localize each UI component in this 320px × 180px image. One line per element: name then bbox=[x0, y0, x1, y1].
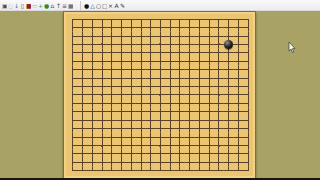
board-point-F2[interactable] bbox=[117, 158, 127, 166]
board-point-P8[interactable] bbox=[204, 108, 214, 116]
board-point-G7[interactable] bbox=[126, 116, 136, 124]
board-point-G12[interactable] bbox=[126, 74, 136, 82]
black-stone-tool-icon[interactable]: ● bbox=[84, 1, 89, 10]
new-board-icon[interactable]: ▣ bbox=[2, 1, 7, 10]
board-point-G13[interactable] bbox=[126, 66, 136, 74]
board-point-O9[interactable] bbox=[195, 99, 205, 107]
board-point-J6[interactable] bbox=[146, 124, 156, 132]
board-point-S1[interactable] bbox=[234, 167, 244, 175]
board-point-B8[interactable] bbox=[78, 108, 88, 116]
board-point-T3[interactable] bbox=[243, 150, 253, 158]
board-point-D8[interactable] bbox=[97, 108, 107, 116]
board-point-S6[interactable] bbox=[234, 124, 244, 132]
board-point-A14[interactable] bbox=[68, 57, 78, 65]
board-point-Q14[interactable] bbox=[214, 57, 224, 65]
board-point-T10[interactable] bbox=[243, 91, 253, 99]
board-point-T6[interactable] bbox=[243, 124, 253, 132]
board-point-S18[interactable] bbox=[234, 23, 244, 31]
board-point-C12[interactable] bbox=[87, 74, 97, 82]
board-point-G6[interactable] bbox=[126, 124, 136, 132]
board-point-K4[interactable] bbox=[156, 141, 166, 149]
board-point-E14[interactable] bbox=[107, 57, 117, 65]
board-point-L1[interactable] bbox=[165, 167, 175, 175]
board-point-L16[interactable] bbox=[165, 40, 175, 48]
board-point-F18[interactable] bbox=[117, 23, 127, 31]
board-point-S10[interactable] bbox=[234, 91, 244, 99]
board-point-E1[interactable] bbox=[107, 167, 117, 175]
board-point-F13[interactable] bbox=[117, 66, 127, 74]
label-marker-icon[interactable]: A bbox=[114, 1, 119, 10]
board-point-C19[interactable] bbox=[87, 15, 97, 23]
board-point-K13[interactable] bbox=[156, 66, 166, 74]
board-point-K8[interactable] bbox=[156, 108, 166, 116]
board-point-F10[interactable] bbox=[117, 91, 127, 99]
board-point-F7[interactable] bbox=[117, 116, 127, 124]
board-point-B11[interactable] bbox=[78, 82, 88, 90]
pencil-icon[interactable]: ✎ bbox=[120, 1, 125, 10]
board-point-H19[interactable] bbox=[136, 15, 146, 23]
board-point-E10[interactable] bbox=[107, 91, 117, 99]
board-point-L9[interactable] bbox=[165, 99, 175, 107]
board-point-E16[interactable] bbox=[107, 40, 117, 48]
board-point-A15[interactable] bbox=[68, 49, 78, 57]
board-point-L10[interactable] bbox=[165, 91, 175, 99]
board-point-E2[interactable] bbox=[107, 158, 117, 166]
board-point-P5[interactable] bbox=[204, 133, 214, 141]
board-point-D3[interactable] bbox=[97, 150, 107, 158]
board-point-T15[interactable] bbox=[243, 49, 253, 57]
cross-marker-icon[interactable]: × bbox=[108, 1, 113, 10]
board-point-E4[interactable] bbox=[107, 141, 117, 149]
board-point-H17[interactable] bbox=[136, 32, 146, 40]
board-point-H8[interactable] bbox=[136, 108, 146, 116]
board-point-Q16[interactable] bbox=[214, 40, 224, 48]
board-point-C10[interactable] bbox=[87, 91, 97, 99]
board-point-G10[interactable] bbox=[126, 91, 136, 99]
board-point-C9[interactable] bbox=[87, 99, 97, 107]
board-point-O13[interactable] bbox=[195, 66, 205, 74]
board-point-K14[interactable] bbox=[156, 57, 166, 65]
board-point-F11[interactable] bbox=[117, 82, 127, 90]
board-point-L19[interactable] bbox=[165, 15, 175, 23]
board-point-P13[interactable] bbox=[204, 66, 214, 74]
board-point-R12[interactable] bbox=[224, 74, 234, 82]
board-point-O5[interactable] bbox=[195, 133, 205, 141]
board-point-J17[interactable] bbox=[146, 32, 156, 40]
board-point-Q19[interactable] bbox=[214, 15, 224, 23]
board-point-N8[interactable] bbox=[185, 108, 195, 116]
board-point-N14[interactable] bbox=[185, 57, 195, 65]
board-point-B18[interactable] bbox=[78, 23, 88, 31]
board-point-D12[interactable] bbox=[97, 74, 107, 82]
board-point-M15[interactable] bbox=[175, 49, 185, 57]
board-point-D19[interactable] bbox=[97, 15, 107, 23]
board-point-T2[interactable] bbox=[243, 158, 253, 166]
save-file-icon[interactable]: ↓ bbox=[14, 1, 19, 10]
board-point-Q5[interactable] bbox=[214, 133, 224, 141]
board-point-M6[interactable] bbox=[175, 124, 185, 132]
board-point-A18[interactable] bbox=[68, 23, 78, 31]
board-point-T18[interactable] bbox=[243, 23, 253, 31]
board-point-H16[interactable] bbox=[136, 40, 146, 48]
board-point-H1[interactable] bbox=[136, 167, 146, 175]
board-point-A10[interactable] bbox=[68, 91, 78, 99]
board-point-J3[interactable] bbox=[146, 150, 156, 158]
board-point-Q6[interactable] bbox=[214, 124, 224, 132]
board-point-G18[interactable] bbox=[126, 23, 136, 31]
board-point-B14[interactable] bbox=[78, 57, 88, 65]
board-point-N1[interactable] bbox=[185, 167, 195, 175]
board-point-P12[interactable] bbox=[204, 74, 214, 82]
open-file-icon[interactable]: ◌ bbox=[8, 1, 13, 10]
board-point-T1[interactable] bbox=[243, 167, 253, 175]
board-point-J10[interactable] bbox=[146, 91, 156, 99]
record-icon[interactable]: ■ bbox=[26, 1, 31, 10]
board-point-E17[interactable] bbox=[107, 32, 117, 40]
board-point-G17[interactable] bbox=[126, 32, 136, 40]
board-point-D18[interactable] bbox=[97, 23, 107, 31]
board-point-P17[interactable] bbox=[204, 32, 214, 40]
board-point-G15[interactable] bbox=[126, 49, 136, 57]
board-point-T12[interactable] bbox=[243, 74, 253, 82]
board-point-K19[interactable] bbox=[156, 15, 166, 23]
board-point-C16[interactable] bbox=[87, 40, 97, 48]
board-point-F12[interactable] bbox=[117, 74, 127, 82]
board-point-S8[interactable] bbox=[234, 108, 244, 116]
board-point-D2[interactable] bbox=[97, 158, 107, 166]
board-point-B13[interactable] bbox=[78, 66, 88, 74]
board-point-M14[interactable] bbox=[175, 57, 185, 65]
board-point-P9[interactable] bbox=[204, 99, 214, 107]
board-point-D15[interactable] bbox=[97, 49, 107, 57]
board-point-G16[interactable] bbox=[126, 40, 136, 48]
board-point-O2[interactable] bbox=[195, 158, 205, 166]
board-point-K7[interactable] bbox=[156, 116, 166, 124]
board-point-S11[interactable] bbox=[234, 82, 244, 90]
board-point-H6[interactable] bbox=[136, 124, 146, 132]
board-point-H18[interactable] bbox=[136, 23, 146, 31]
board-point-B1[interactable] bbox=[78, 167, 88, 175]
board-point-L18[interactable] bbox=[165, 23, 175, 31]
board-point-J2[interactable] bbox=[146, 158, 156, 166]
board-point-F5[interactable] bbox=[117, 133, 127, 141]
board-point-D16[interactable] bbox=[97, 40, 107, 48]
board-point-O1[interactable] bbox=[195, 167, 205, 175]
board-view-icon[interactable]: ▭ bbox=[32, 1, 37, 10]
board-point-F6[interactable] bbox=[117, 124, 127, 132]
board-point-K15[interactable] bbox=[156, 49, 166, 57]
board-point-O17[interactable] bbox=[195, 32, 205, 40]
square-marker-icon[interactable]: □ bbox=[102, 1, 107, 10]
board-point-G19[interactable] bbox=[126, 15, 136, 23]
board-point-J16[interactable] bbox=[146, 40, 156, 48]
board-point-J5[interactable] bbox=[146, 133, 156, 141]
board-point-C17[interactable] bbox=[87, 32, 97, 40]
board-point-J4[interactable] bbox=[146, 141, 156, 149]
board-point-R4[interactable] bbox=[224, 141, 234, 149]
board-point-B6[interactable] bbox=[78, 124, 88, 132]
board-point-G8[interactable] bbox=[126, 108, 136, 116]
board-point-O8[interactable] bbox=[195, 108, 205, 116]
board-point-F14[interactable] bbox=[117, 57, 127, 65]
board-point-R13[interactable] bbox=[224, 66, 234, 74]
board-point-C4[interactable] bbox=[87, 141, 97, 149]
board-point-O10[interactable] bbox=[195, 91, 205, 99]
board-point-B9[interactable] bbox=[78, 99, 88, 107]
board-point-G9[interactable] bbox=[126, 99, 136, 107]
board-point-T14[interactable] bbox=[243, 57, 253, 65]
board-point-T13[interactable] bbox=[243, 66, 253, 74]
board-point-M4[interactable] bbox=[175, 141, 185, 149]
board-point-N2[interactable] bbox=[185, 158, 195, 166]
board-point-P10[interactable] bbox=[204, 91, 214, 99]
board-point-G3[interactable] bbox=[126, 150, 136, 158]
board-point-K2[interactable] bbox=[156, 158, 166, 166]
board-point-A3[interactable] bbox=[68, 150, 78, 158]
board-point-A2[interactable] bbox=[68, 158, 78, 166]
board-point-Q11[interactable] bbox=[214, 82, 224, 90]
board-point-B3[interactable] bbox=[78, 150, 88, 158]
board-point-R10[interactable] bbox=[224, 91, 234, 99]
board-point-K10[interactable] bbox=[156, 91, 166, 99]
board-point-K9[interactable] bbox=[156, 99, 166, 107]
board-point-T7[interactable] bbox=[243, 116, 253, 124]
board-point-L12[interactable] bbox=[165, 74, 175, 82]
board-point-K1[interactable] bbox=[156, 167, 166, 175]
board-point-B7[interactable] bbox=[78, 116, 88, 124]
board-point-C14[interactable] bbox=[87, 57, 97, 65]
board-point-O4[interactable] bbox=[195, 141, 205, 149]
board-point-T9[interactable] bbox=[243, 99, 253, 107]
board-point-B12[interactable] bbox=[78, 74, 88, 82]
board-point-E11[interactable] bbox=[107, 82, 117, 90]
board-point-Q12[interactable] bbox=[214, 74, 224, 82]
board-point-N3[interactable] bbox=[185, 150, 195, 158]
board-point-E19[interactable] bbox=[107, 15, 117, 23]
board-point-C7[interactable] bbox=[87, 116, 97, 124]
board-point-R18[interactable] bbox=[224, 23, 234, 31]
board-point-Q13[interactable] bbox=[214, 66, 224, 74]
board-point-S3[interactable] bbox=[234, 150, 244, 158]
board-point-G11[interactable] bbox=[126, 82, 136, 90]
board-point-K16[interactable] bbox=[156, 40, 166, 48]
board-point-A11[interactable] bbox=[68, 82, 78, 90]
board-point-G4[interactable] bbox=[126, 141, 136, 149]
board-point-B16[interactable] bbox=[78, 40, 88, 48]
board-point-P19[interactable] bbox=[204, 15, 214, 23]
board-point-N5[interactable] bbox=[185, 133, 195, 141]
board-point-D7[interactable] bbox=[97, 116, 107, 124]
board-point-D11[interactable] bbox=[97, 82, 107, 90]
board-point-R2[interactable] bbox=[224, 158, 234, 166]
board-point-Q7[interactable] bbox=[214, 116, 224, 124]
board-point-F16[interactable] bbox=[117, 40, 127, 48]
board-point-L5[interactable] bbox=[165, 133, 175, 141]
board-point-G2[interactable] bbox=[126, 158, 136, 166]
board-point-S2[interactable] bbox=[234, 158, 244, 166]
board-point-M11[interactable] bbox=[175, 82, 185, 90]
board-point-J7[interactable] bbox=[146, 116, 156, 124]
board-point-H11[interactable] bbox=[136, 82, 146, 90]
board-point-N9[interactable] bbox=[185, 99, 195, 107]
board-point-H10[interactable] bbox=[136, 91, 146, 99]
board-point-K5[interactable] bbox=[156, 133, 166, 141]
board-point-P1[interactable] bbox=[204, 167, 214, 175]
board-point-J9[interactable] bbox=[146, 99, 156, 107]
board-point-B19[interactable] bbox=[78, 15, 88, 23]
board-point-R17[interactable] bbox=[224, 32, 234, 40]
board-point-N6[interactable] bbox=[185, 124, 195, 132]
board-point-A8[interactable] bbox=[68, 108, 78, 116]
board-point-T19[interactable] bbox=[243, 15, 253, 23]
board-point-N16[interactable] bbox=[185, 40, 195, 48]
black-stone[interactable] bbox=[224, 40, 233, 49]
board-point-R7[interactable] bbox=[224, 116, 234, 124]
board-point-R16[interactable] bbox=[224, 40, 234, 48]
board-point-A9[interactable] bbox=[68, 99, 78, 107]
board-point-F9[interactable] bbox=[117, 99, 127, 107]
board-point-C5[interactable] bbox=[87, 133, 97, 141]
board-point-L14[interactable] bbox=[165, 57, 175, 65]
board-point-C3[interactable] bbox=[87, 150, 97, 158]
board-point-C11[interactable] bbox=[87, 82, 97, 90]
board-point-R1[interactable] bbox=[224, 167, 234, 175]
board-point-F17[interactable] bbox=[117, 32, 127, 40]
board-point-G1[interactable] bbox=[126, 167, 136, 175]
board-point-M9[interactable] bbox=[175, 99, 185, 107]
board-point-D5[interactable] bbox=[97, 133, 107, 141]
board-point-L4[interactable] bbox=[165, 141, 175, 149]
board-point-R9[interactable] bbox=[224, 99, 234, 107]
board-point-J18[interactable] bbox=[146, 23, 156, 31]
board-point-J8[interactable] bbox=[146, 108, 156, 116]
board-point-A6[interactable] bbox=[68, 124, 78, 132]
board-point-E12[interactable] bbox=[107, 74, 117, 82]
board-point-N15[interactable] bbox=[185, 49, 195, 57]
board-point-N13[interactable] bbox=[185, 66, 195, 74]
board-point-A19[interactable] bbox=[68, 15, 78, 23]
board-point-L6[interactable] bbox=[165, 124, 175, 132]
board-point-S7[interactable] bbox=[234, 116, 244, 124]
board-point-D10[interactable] bbox=[97, 91, 107, 99]
board-point-J14[interactable] bbox=[146, 57, 156, 65]
board-point-H4[interactable] bbox=[136, 141, 146, 149]
board-point-P14[interactable] bbox=[204, 57, 214, 65]
board-point-O3[interactable] bbox=[195, 150, 205, 158]
board-point-A7[interactable] bbox=[68, 116, 78, 124]
board-point-M2[interactable] bbox=[175, 158, 185, 166]
board-point-Q2[interactable] bbox=[214, 158, 224, 166]
board-point-F3[interactable] bbox=[117, 150, 127, 158]
board-point-E8[interactable] bbox=[107, 108, 117, 116]
board-point-M13[interactable] bbox=[175, 66, 185, 74]
board-point-C1[interactable] bbox=[87, 167, 97, 175]
board-point-D13[interactable] bbox=[97, 66, 107, 74]
board-point-H9[interactable] bbox=[136, 99, 146, 107]
board-point-S4[interactable] bbox=[234, 141, 244, 149]
board-point-J11[interactable] bbox=[146, 82, 156, 90]
board-point-F1[interactable] bbox=[117, 167, 127, 175]
board-point-F15[interactable] bbox=[117, 49, 127, 57]
board-point-G5[interactable] bbox=[126, 133, 136, 141]
board-point-C8[interactable] bbox=[87, 108, 97, 116]
board-point-N18[interactable] bbox=[185, 23, 195, 31]
board-point-R5[interactable] bbox=[224, 133, 234, 141]
board-point-C15[interactable] bbox=[87, 49, 97, 57]
board-point-O18[interactable] bbox=[195, 23, 205, 31]
board-point-S14[interactable] bbox=[234, 57, 244, 65]
board-point-L11[interactable] bbox=[165, 82, 175, 90]
board-point-G14[interactable] bbox=[126, 57, 136, 65]
circle-marker-icon[interactable]: ○ bbox=[96, 1, 101, 10]
board-point-F4[interactable] bbox=[117, 141, 127, 149]
board-point-B5[interactable] bbox=[78, 133, 88, 141]
board-point-T5[interactable] bbox=[243, 133, 253, 141]
board-point-B2[interactable] bbox=[78, 158, 88, 166]
board-point-F8[interactable] bbox=[117, 108, 127, 116]
board-point-B10[interactable] bbox=[78, 91, 88, 99]
board-point-S13[interactable] bbox=[234, 66, 244, 74]
board-point-A17[interactable] bbox=[68, 32, 78, 40]
board-point-M3[interactable] bbox=[175, 150, 185, 158]
board-point-L13[interactable] bbox=[165, 66, 175, 74]
board-point-S17[interactable] bbox=[234, 32, 244, 40]
board-point-Q3[interactable] bbox=[214, 150, 224, 158]
home-icon[interactable]: ⌂ bbox=[50, 1, 55, 10]
board-point-Q17[interactable] bbox=[214, 32, 224, 40]
move-tool-icon[interactable]: + bbox=[38, 1, 43, 10]
board-point-R14[interactable] bbox=[224, 57, 234, 65]
board-point-J19[interactable] bbox=[146, 15, 156, 23]
board-point-S12[interactable] bbox=[234, 74, 244, 82]
board-point-Q4[interactable] bbox=[214, 141, 224, 149]
board-point-Q8[interactable] bbox=[214, 108, 224, 116]
board-point-C18[interactable] bbox=[87, 23, 97, 31]
board-point-A4[interactable] bbox=[68, 141, 78, 149]
board-point-D9[interactable] bbox=[97, 99, 107, 107]
board-point-C6[interactable] bbox=[87, 124, 97, 132]
board-point-L3[interactable] bbox=[165, 150, 175, 158]
board-point-P11[interactable] bbox=[204, 82, 214, 90]
board-point-R3[interactable] bbox=[224, 150, 234, 158]
board-point-H2[interactable] bbox=[136, 158, 146, 166]
board-point-N11[interactable] bbox=[185, 82, 195, 90]
board-point-H15[interactable] bbox=[136, 49, 146, 57]
board-point-P15[interactable] bbox=[204, 49, 214, 57]
pass-icon[interactable]: ≡ bbox=[62, 1, 67, 10]
board-point-A1[interactable] bbox=[68, 167, 78, 175]
board-point-S5[interactable] bbox=[234, 133, 244, 141]
board-point-H14[interactable] bbox=[136, 57, 146, 65]
board-point-O7[interactable] bbox=[195, 116, 205, 124]
board-point-M8[interactable] bbox=[175, 108, 185, 116]
board-point-P18[interactable] bbox=[204, 23, 214, 31]
board-point-Q1[interactable] bbox=[214, 167, 224, 175]
board-point-O15[interactable] bbox=[195, 49, 205, 57]
board-point-D4[interactable] bbox=[97, 141, 107, 149]
board-point-E7[interactable] bbox=[107, 116, 117, 124]
board-point-L17[interactable] bbox=[165, 32, 175, 40]
board-point-J12[interactable] bbox=[146, 74, 156, 82]
board-point-E15[interactable] bbox=[107, 49, 117, 57]
board-point-M10[interactable] bbox=[175, 91, 185, 99]
board-point-T4[interactable] bbox=[243, 141, 253, 149]
board-point-E5[interactable] bbox=[107, 133, 117, 141]
board-point-N4[interactable] bbox=[185, 141, 195, 149]
board-point-T11[interactable] bbox=[243, 82, 253, 90]
play-icon[interactable]: ● bbox=[44, 1, 49, 10]
grid-icon[interactable]: ▦ bbox=[68, 1, 73, 10]
